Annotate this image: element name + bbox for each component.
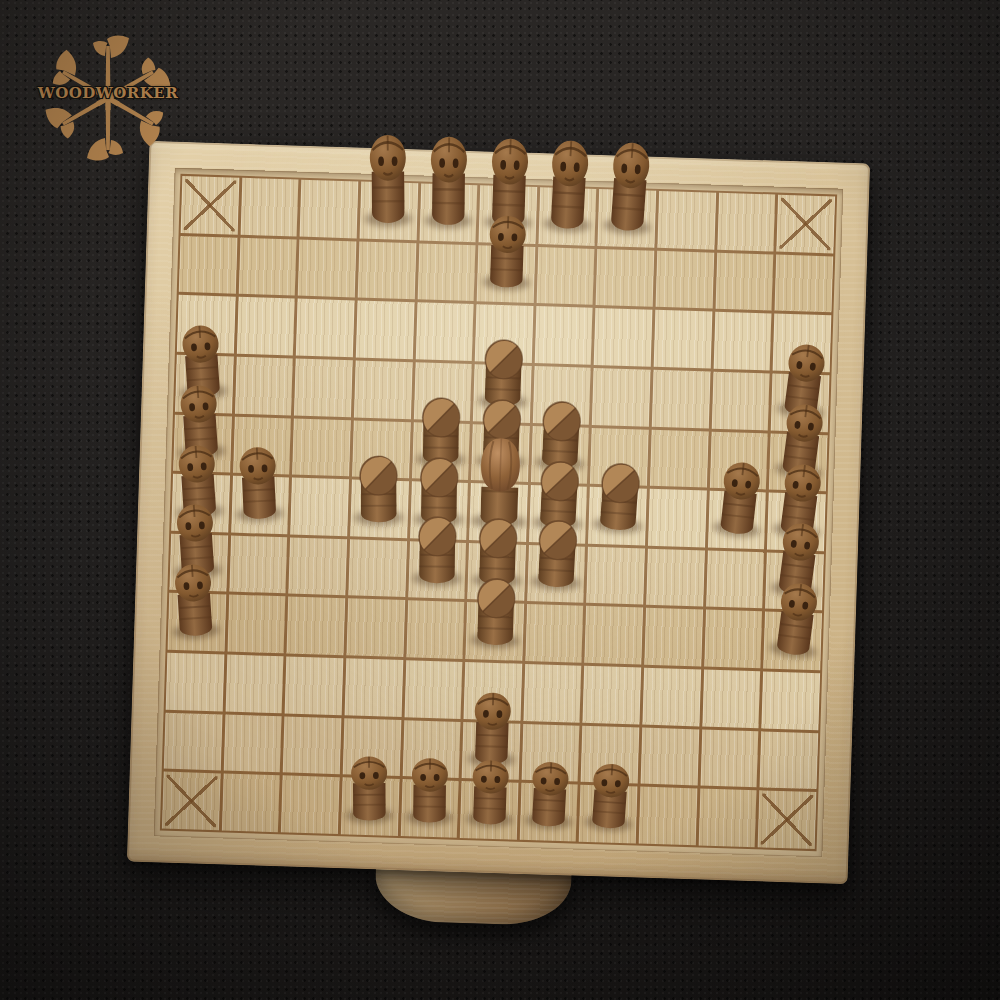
board-cell[interactable]: [585, 606, 643, 664]
board-cell[interactable]: [648, 489, 706, 547]
board-cell[interactable]: [348, 539, 406, 597]
board-cell[interactable]: [760, 731, 818, 789]
board-cell[interactable]: [656, 250, 714, 308]
board-cell[interactable]: [700, 729, 758, 787]
board-cell[interactable]: [222, 774, 280, 832]
attacker-piece[interactable]: [479, 211, 535, 291]
defender-piece[interactable]: [466, 571, 524, 649]
board-cell[interactable]: [298, 239, 356, 297]
board-cell[interactable]: [289, 537, 347, 595]
attacker-piece[interactable]: [230, 442, 287, 522]
board-cell[interactable]: [344, 658, 402, 716]
board-cell[interactable]: [644, 608, 702, 666]
board-cell[interactable]: [715, 252, 773, 310]
board-cell[interactable]: [406, 601, 464, 659]
board-cell[interactable]: [238, 237, 296, 295]
board-cell[interactable]: [415, 303, 473, 361]
board-cell[interactable]: [523, 664, 581, 722]
board-cell[interactable]: [164, 712, 222, 770]
board-cell[interactable]: [777, 195, 835, 253]
board-cell[interactable]: [346, 599, 404, 657]
board-cell[interactable]: [706, 550, 764, 608]
board-cell[interactable]: [652, 370, 710, 428]
board-cell[interactable]: [354, 360, 412, 418]
board-cell[interactable]: [639, 787, 697, 845]
scene: { "logo": { "text": "WOODWORKER", "icon"…: [0, 0, 1000, 1000]
board-cell[interactable]: [762, 671, 820, 729]
board-cell[interactable]: [657, 191, 715, 249]
board-cell[interactable]: [290, 478, 348, 536]
board-cell[interactable]: [240, 178, 298, 236]
board-cell[interactable]: [358, 241, 416, 299]
attacker-piece[interactable]: [765, 576, 828, 660]
board-cell[interactable]: [300, 180, 358, 238]
board-cell[interactable]: [646, 549, 704, 607]
board-cell[interactable]: [702, 670, 760, 728]
board-cell[interactable]: [181, 176, 239, 234]
board-cell[interactable]: [775, 254, 833, 312]
board-cell[interactable]: [535, 306, 593, 364]
board-cell[interactable]: [179, 236, 237, 294]
board-cell[interactable]: [229, 535, 287, 593]
board-cell[interactable]: [292, 418, 350, 476]
board-cell[interactable]: [294, 358, 352, 416]
board-cell[interactable]: [223, 714, 281, 772]
board-cell[interactable]: [356, 301, 414, 359]
board-cell[interactable]: [592, 368, 650, 426]
board-cell[interactable]: [235, 357, 293, 415]
board-cell[interactable]: [525, 604, 583, 662]
logo-text: WOODWORKER: [28, 84, 188, 102]
defender-piece[interactable]: [528, 513, 588, 592]
board-cell[interactable]: [225, 655, 283, 713]
attacker-piece[interactable]: [581, 759, 640, 833]
board-cell[interactable]: [650, 429, 708, 487]
hnefatafl-board: [127, 141, 870, 884]
board-cell[interactable]: [587, 547, 645, 605]
attacker-piece[interactable]: [361, 131, 416, 227]
board-cell[interactable]: [758, 791, 816, 849]
woodworker-logo: WOODWORKER: [28, 18, 188, 168]
attacker-piece[interactable]: [540, 135, 599, 234]
board-cell[interactable]: [641, 727, 699, 785]
board-cell[interactable]: [285, 656, 343, 714]
board-cell[interactable]: [287, 597, 345, 655]
board-cell[interactable]: [404, 660, 462, 718]
board-cell[interactable]: [583, 666, 641, 724]
board-cell[interactable]: [642, 668, 700, 726]
defender-piece[interactable]: [409, 510, 466, 587]
board-cell[interactable]: [417, 243, 475, 301]
board-cell[interactable]: [717, 193, 775, 251]
board-cell[interactable]: [654, 310, 712, 368]
attacker-piece[interactable]: [421, 132, 476, 229]
attacker-piece[interactable]: [402, 754, 457, 825]
board-cell[interactable]: [594, 308, 652, 366]
board-cell[interactable]: [711, 372, 769, 430]
board-cell[interactable]: [296, 299, 354, 357]
board-cell[interactable]: [227, 595, 285, 653]
attacker-piece[interactable]: [709, 455, 771, 538]
attacker-piece[interactable]: [165, 559, 224, 640]
board-cell[interactable]: [698, 789, 756, 847]
board-cell[interactable]: [536, 247, 594, 305]
attacker-piece[interactable]: [521, 757, 578, 830]
board-cell[interactable]: [596, 249, 654, 307]
board-cell[interactable]: [713, 312, 771, 370]
attacker-piece[interactable]: [599, 137, 660, 237]
attacker-piece[interactable]: [342, 753, 396, 823]
defender-piece[interactable]: [351, 449, 408, 525]
board-cell[interactable]: [166, 653, 224, 711]
board-cell[interactable]: [236, 297, 294, 355]
attacker-piece[interactable]: [462, 756, 518, 828]
board-cell[interactable]: [162, 772, 220, 830]
board-cell[interactable]: [281, 776, 339, 834]
board-cell[interactable]: [283, 716, 341, 774]
board-cell[interactable]: [704, 610, 762, 668]
defender-piece[interactable]: [589, 454, 650, 534]
